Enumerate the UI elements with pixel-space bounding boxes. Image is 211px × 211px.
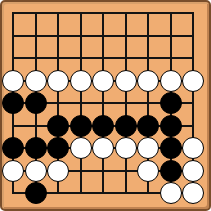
board-intersection[interactable] [182, 2, 205, 25]
board-intersection[interactable] [25, 47, 48, 70]
board-intersection[interactable] [160, 92, 183, 115]
board-intersection[interactable] [115, 25, 138, 48]
black-stone [2, 92, 24, 114]
white-stone [137, 70, 159, 92]
white-stone [137, 160, 159, 182]
board-intersection[interactable] [2, 92, 25, 115]
black-stone [160, 137, 182, 159]
board-intersection[interactable] [70, 47, 93, 70]
board-intersection[interactable] [47, 115, 70, 138]
board-intersection[interactable] [137, 182, 160, 205]
board-intersection[interactable] [160, 47, 183, 70]
board-intersection[interactable] [92, 182, 115, 205]
board-intersection[interactable] [182, 137, 205, 160]
board-intersection[interactable] [70, 182, 93, 205]
board-intersection[interactable] [137, 92, 160, 115]
white-stone [70, 137, 92, 159]
board-intersection[interactable] [160, 137, 183, 160]
black-stone [160, 115, 182, 137]
board-intersection[interactable] [70, 2, 93, 25]
white-stone [115, 137, 137, 159]
board-intersection[interactable] [47, 2, 70, 25]
board-intersection[interactable] [115, 70, 138, 93]
board-intersection[interactable] [160, 2, 183, 25]
board-intersection[interactable] [92, 47, 115, 70]
board-intersection[interactable] [182, 70, 205, 93]
board-intersection[interactable] [115, 2, 138, 25]
white-stone [2, 70, 24, 92]
board-intersection[interactable] [25, 25, 48, 48]
board-grid [2, 2, 205, 205]
board-intersection[interactable] [160, 25, 183, 48]
board-intersection[interactable] [137, 160, 160, 183]
white-stone [25, 160, 47, 182]
board-intersection[interactable] [25, 2, 48, 25]
white-stone [25, 70, 47, 92]
black-stone [92, 115, 114, 137]
board-intersection[interactable] [92, 2, 115, 25]
board-intersection[interactable] [182, 92, 205, 115]
board-intersection[interactable] [2, 160, 25, 183]
board-intersection[interactable] [160, 182, 183, 205]
black-stone [47, 115, 69, 137]
black-stone [2, 137, 24, 159]
black-stone [70, 115, 92, 137]
board-intersection[interactable] [70, 137, 93, 160]
board-intersection[interactable] [25, 70, 48, 93]
black-stone [115, 115, 137, 137]
white-stone [182, 137, 204, 159]
board-intersection[interactable] [47, 160, 70, 183]
board-intersection[interactable] [182, 47, 205, 70]
board-intersection[interactable] [92, 92, 115, 115]
white-stone [182, 70, 204, 92]
board-intersection[interactable] [137, 70, 160, 93]
board-intersection[interactable] [25, 115, 48, 138]
board-intersection[interactable] [47, 25, 70, 48]
black-stone [25, 182, 47, 204]
board-intersection[interactable] [92, 70, 115, 93]
board-intersection[interactable] [47, 92, 70, 115]
white-stone [92, 137, 114, 159]
board-intersection[interactable] [92, 137, 115, 160]
board-intersection[interactable] [182, 182, 205, 205]
board-intersection[interactable] [115, 137, 138, 160]
black-stone [25, 137, 47, 159]
board-intersection[interactable] [70, 92, 93, 115]
board-intersection[interactable] [2, 70, 25, 93]
board-intersection[interactable] [182, 25, 205, 48]
go-board [0, 0, 211, 211]
board-intersection[interactable] [115, 92, 138, 115]
board-intersection[interactable] [160, 160, 183, 183]
white-stone [182, 160, 204, 182]
board-intersection[interactable] [47, 182, 70, 205]
board-intersection[interactable] [115, 182, 138, 205]
board-intersection[interactable] [92, 160, 115, 183]
white-stone [47, 70, 69, 92]
board-intersection[interactable] [137, 115, 160, 138]
board-intersection[interactable] [2, 25, 25, 48]
black-stone [25, 92, 47, 114]
board-intersection[interactable] [2, 137, 25, 160]
white-stone [137, 137, 159, 159]
board-intersection[interactable] [137, 137, 160, 160]
board-intersection[interactable] [137, 2, 160, 25]
board-intersection[interactable] [182, 160, 205, 183]
board-intersection[interactable] [70, 70, 93, 93]
board-intersection[interactable] [47, 137, 70, 160]
black-stone [137, 115, 159, 137]
white-stone [182, 182, 204, 204]
board-intersection[interactable] [137, 47, 160, 70]
board-intersection[interactable] [70, 115, 93, 138]
board-intersection[interactable] [92, 115, 115, 138]
white-stone [2, 160, 24, 182]
board-intersection[interactable] [2, 115, 25, 138]
black-stone [47, 137, 69, 159]
white-stone [160, 182, 182, 204]
board-intersection[interactable] [115, 160, 138, 183]
board-intersection[interactable] [137, 25, 160, 48]
board-intersection[interactable] [182, 115, 205, 138]
board-intersection[interactable] [47, 47, 70, 70]
board-intersection[interactable] [70, 25, 93, 48]
board-intersection[interactable] [160, 70, 183, 93]
board-intersection[interactable] [2, 47, 25, 70]
board-intersection[interactable] [25, 137, 48, 160]
board-intersection[interactable] [2, 182, 25, 205]
board-intersection[interactable] [25, 182, 48, 205]
board-intersection[interactable] [25, 92, 48, 115]
white-stone [115, 70, 137, 92]
board-intersection[interactable] [115, 47, 138, 70]
white-stone [160, 70, 182, 92]
board-intersection[interactable] [92, 25, 115, 48]
board-intersection[interactable] [47, 70, 70, 93]
white-stone [70, 70, 92, 92]
black-stone [160, 92, 182, 114]
white-stone [47, 160, 69, 182]
board-intersection[interactable] [25, 160, 48, 183]
black-stone [160, 160, 182, 182]
board-intersection[interactable] [160, 115, 183, 138]
white-stone [92, 70, 114, 92]
board-intersection[interactable] [2, 2, 25, 25]
board-intersection[interactable] [70, 160, 93, 183]
board-intersection[interactable] [115, 115, 138, 138]
